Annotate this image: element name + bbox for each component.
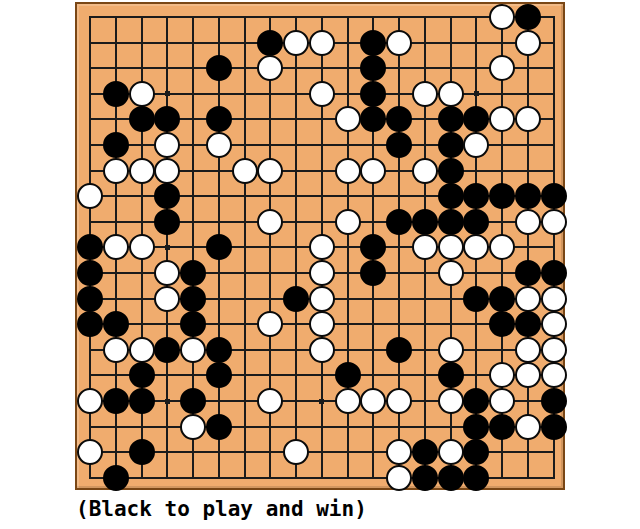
stone-white bbox=[257, 311, 283, 337]
stone-white bbox=[489, 362, 515, 388]
star-point bbox=[165, 245, 170, 250]
stone-black bbox=[541, 388, 567, 414]
stone-white bbox=[283, 439, 309, 465]
stone-black bbox=[180, 286, 206, 312]
stone-black bbox=[515, 311, 541, 337]
stone-white bbox=[541, 311, 567, 337]
stone-white bbox=[438, 388, 464, 414]
stone-black bbox=[489, 414, 515, 440]
stone-black bbox=[438, 465, 464, 491]
stone-black bbox=[541, 260, 567, 286]
stone-black bbox=[154, 183, 180, 209]
stone-black bbox=[129, 439, 155, 465]
stone-white bbox=[77, 183, 103, 209]
stone-black bbox=[154, 209, 180, 235]
stone-black bbox=[103, 81, 129, 107]
stone-black bbox=[515, 183, 541, 209]
stone-white bbox=[541, 337, 567, 363]
stone-black bbox=[206, 106, 232, 132]
stone-white bbox=[154, 286, 180, 312]
stone-white bbox=[129, 337, 155, 363]
stone-white bbox=[335, 158, 361, 184]
stone-black bbox=[386, 209, 412, 235]
stone-white bbox=[257, 388, 283, 414]
stone-black bbox=[463, 465, 489, 491]
stone-white bbox=[309, 286, 335, 312]
stone-black bbox=[206, 362, 232, 388]
stone-white bbox=[515, 362, 541, 388]
stone-black bbox=[463, 414, 489, 440]
stone-white bbox=[360, 158, 386, 184]
stone-black bbox=[257, 30, 283, 56]
stone-black bbox=[489, 286, 515, 312]
stone-white bbox=[103, 234, 129, 260]
star-point bbox=[319, 399, 324, 404]
stone-white bbox=[103, 337, 129, 363]
stone-white bbox=[129, 234, 155, 260]
stone-white bbox=[154, 132, 180, 158]
grid-line-horizontal bbox=[89, 374, 555, 376]
stone-white bbox=[129, 81, 155, 107]
stone-black bbox=[463, 439, 489, 465]
stone-black bbox=[154, 337, 180, 363]
star-point bbox=[474, 91, 479, 96]
stone-black bbox=[360, 30, 386, 56]
stone-white bbox=[438, 439, 464, 465]
stone-black bbox=[541, 183, 567, 209]
stone-white bbox=[309, 311, 335, 337]
stone-black bbox=[180, 311, 206, 337]
stone-black bbox=[77, 286, 103, 312]
stone-black bbox=[438, 209, 464, 235]
stone-white bbox=[309, 81, 335, 107]
stone-white bbox=[309, 260, 335, 286]
stone-black bbox=[360, 234, 386, 260]
stone-black bbox=[206, 234, 232, 260]
stone-black bbox=[489, 183, 515, 209]
stone-black bbox=[438, 183, 464, 209]
stone-white bbox=[257, 55, 283, 81]
stone-white bbox=[386, 388, 412, 414]
stone-black bbox=[77, 234, 103, 260]
stone-white bbox=[438, 234, 464, 260]
stone-white bbox=[309, 234, 335, 260]
stone-black bbox=[103, 311, 129, 337]
stone-white bbox=[515, 30, 541, 56]
stone-black bbox=[463, 286, 489, 312]
stone-white bbox=[412, 158, 438, 184]
stone-black bbox=[438, 106, 464, 132]
stone-black bbox=[129, 106, 155, 132]
stone-black bbox=[206, 414, 232, 440]
stone-black bbox=[360, 81, 386, 107]
stone-white bbox=[309, 30, 335, 56]
stone-black bbox=[515, 260, 541, 286]
stone-white bbox=[489, 4, 515, 30]
stone-white bbox=[206, 132, 232, 158]
stone-white bbox=[489, 388, 515, 414]
stone-white bbox=[335, 388, 361, 414]
grid-line-vertical bbox=[527, 16, 529, 479]
stone-black bbox=[180, 260, 206, 286]
stone-white bbox=[515, 414, 541, 440]
stone-black bbox=[360, 260, 386, 286]
stone-white bbox=[386, 30, 412, 56]
stone-white bbox=[360, 388, 386, 414]
stone-black bbox=[77, 260, 103, 286]
stone-white bbox=[103, 158, 129, 184]
stone-black bbox=[541, 414, 567, 440]
stone-white bbox=[335, 106, 361, 132]
stone-white bbox=[309, 337, 335, 363]
stone-black bbox=[180, 388, 206, 414]
stone-black bbox=[386, 337, 412, 363]
stone-black bbox=[335, 362, 361, 388]
stone-white bbox=[489, 55, 515, 81]
stone-black bbox=[283, 286, 309, 312]
stone-white bbox=[180, 337, 206, 363]
stone-black bbox=[206, 55, 232, 81]
stone-white bbox=[489, 106, 515, 132]
stone-black bbox=[103, 388, 129, 414]
stone-black bbox=[515, 4, 541, 30]
stone-white bbox=[154, 260, 180, 286]
stone-white bbox=[412, 234, 438, 260]
stone-black bbox=[129, 362, 155, 388]
stone-white bbox=[463, 234, 489, 260]
stone-white bbox=[438, 260, 464, 286]
stone-white bbox=[438, 81, 464, 107]
stone-black bbox=[206, 337, 232, 363]
stone-black bbox=[103, 465, 129, 491]
stone-black bbox=[77, 311, 103, 337]
stone-white bbox=[489, 234, 515, 260]
stone-black bbox=[463, 183, 489, 209]
stone-white bbox=[515, 286, 541, 312]
stone-white bbox=[463, 132, 489, 158]
stone-black bbox=[463, 388, 489, 414]
page: (Black to play and win) bbox=[0, 0, 640, 529]
stone-black bbox=[489, 311, 515, 337]
stone-white bbox=[77, 439, 103, 465]
stone-white bbox=[386, 465, 412, 491]
stone-white bbox=[232, 158, 258, 184]
stone-white bbox=[129, 158, 155, 184]
stone-black bbox=[386, 132, 412, 158]
caption: (Black to play and win) bbox=[76, 496, 367, 522]
stone-black bbox=[386, 106, 412, 132]
stone-black bbox=[154, 106, 180, 132]
stone-white bbox=[412, 81, 438, 107]
star-point bbox=[165, 91, 170, 96]
stone-white bbox=[541, 286, 567, 312]
star-point bbox=[165, 399, 170, 404]
stone-black bbox=[463, 106, 489, 132]
stone-black bbox=[103, 132, 129, 158]
stone-white bbox=[515, 106, 541, 132]
stone-black bbox=[412, 465, 438, 491]
stone-black bbox=[129, 388, 155, 414]
stone-white bbox=[154, 158, 180, 184]
stone-white bbox=[257, 158, 283, 184]
stone-white bbox=[77, 388, 103, 414]
stone-white bbox=[515, 337, 541, 363]
stone-white bbox=[180, 414, 206, 440]
stone-white bbox=[541, 209, 567, 235]
stone-black bbox=[360, 106, 386, 132]
stone-white bbox=[335, 209, 361, 235]
stone-black bbox=[438, 362, 464, 388]
stone-black bbox=[412, 439, 438, 465]
stone-white bbox=[386, 439, 412, 465]
stone-white bbox=[515, 209, 541, 235]
stone-black bbox=[412, 209, 438, 235]
stone-white bbox=[257, 209, 283, 235]
stone-black bbox=[463, 209, 489, 235]
go-board[interactable] bbox=[75, 2, 565, 490]
stone-white bbox=[438, 337, 464, 363]
stone-black bbox=[360, 55, 386, 81]
stone-black bbox=[438, 132, 464, 158]
stone-white bbox=[541, 362, 567, 388]
stone-black bbox=[438, 158, 464, 184]
stone-white bbox=[283, 30, 309, 56]
